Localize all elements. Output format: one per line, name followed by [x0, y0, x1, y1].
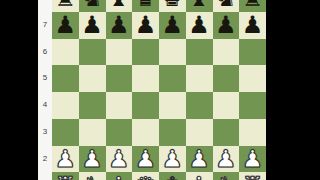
piece-white-pawn: ♟	[242, 147, 264, 171]
piece-white-pawn: ♟	[215, 147, 237, 171]
square-h1[interactable]: ♜	[239, 172, 266, 180]
square-f6[interactable]	[186, 39, 213, 66]
square-c3[interactable]	[106, 119, 133, 146]
chess-board: ♜♞♝♛♚♝♞♜♟♟♟♟♟♟♟♟♟♟♟♟♟♟♟♟♜♞♝♛♚♝♞♜	[52, 0, 266, 180]
piece-black-bishop: ♝	[188, 0, 210, 10]
square-d5[interactable]	[132, 65, 159, 92]
piece-white-knight: ♞	[81, 174, 103, 180]
square-g7[interactable]: ♟	[213, 12, 240, 39]
rank-label-5: 5	[38, 65, 52, 92]
square-f7[interactable]: ♟	[186, 12, 213, 39]
piece-black-bishop: ♝	[108, 0, 130, 10]
square-c4[interactable]	[106, 92, 133, 119]
piece-black-knight: ♞	[81, 0, 103, 10]
square-f2[interactable]: ♟	[186, 146, 213, 173]
square-e4[interactable]	[159, 92, 186, 119]
piece-black-rook: ♜	[55, 0, 77, 10]
square-h6[interactable]	[239, 39, 266, 66]
piece-white-pawn: ♟	[135, 147, 157, 171]
piece-black-pawn: ♟	[242, 13, 264, 37]
rank-label-3: 3	[38, 119, 52, 146]
piece-white-pawn: ♟	[81, 147, 103, 171]
rank-label-1: 1	[38, 172, 52, 180]
square-e8[interactable]: ♚	[159, 0, 186, 12]
square-c2[interactable]: ♟	[106, 146, 133, 173]
piece-white-queen: ♛	[135, 174, 157, 180]
square-h2[interactable]: ♟	[239, 146, 266, 173]
square-e3[interactable]	[159, 119, 186, 146]
square-e1[interactable]: ♚	[159, 172, 186, 180]
square-a5[interactable]	[52, 65, 79, 92]
square-g5[interactable]	[213, 65, 240, 92]
square-a1[interactable]: ♜	[52, 172, 79, 180]
square-g2[interactable]: ♟	[213, 146, 240, 173]
square-a2[interactable]: ♟	[52, 146, 79, 173]
square-b8[interactable]: ♞	[79, 0, 106, 12]
square-a4[interactable]	[52, 92, 79, 119]
square-f5[interactable]	[186, 65, 213, 92]
square-a3[interactable]	[52, 119, 79, 146]
square-g6[interactable]	[213, 39, 240, 66]
square-b2[interactable]: ♟	[79, 146, 106, 173]
piece-white-rook: ♜	[242, 174, 264, 180]
rank-label-6: 6	[38, 39, 52, 66]
square-e7[interactable]: ♟	[159, 12, 186, 39]
square-f1[interactable]: ♝	[186, 172, 213, 180]
square-b5[interactable]	[79, 65, 106, 92]
piece-white-king: ♚	[162, 174, 184, 180]
square-e2[interactable]: ♟	[159, 146, 186, 173]
piece-black-pawn: ♟	[162, 13, 184, 37]
square-c1[interactable]: ♝	[106, 172, 133, 180]
square-f8[interactable]: ♝	[186, 0, 213, 12]
piece-black-pawn: ♟	[81, 13, 103, 37]
square-d2[interactable]: ♟	[132, 146, 159, 173]
piece-white-knight: ♞	[215, 174, 237, 180]
rank-coordinates-strip: 87654321	[38, 0, 52, 180]
square-d1[interactable]: ♛	[132, 172, 159, 180]
square-c7[interactable]: ♟	[106, 12, 133, 39]
square-b6[interactable]	[79, 39, 106, 66]
piece-black-pawn: ♟	[108, 13, 130, 37]
square-d4[interactable]	[132, 92, 159, 119]
square-d7[interactable]: ♟	[132, 12, 159, 39]
square-h7[interactable]: ♟	[239, 12, 266, 39]
piece-black-pawn: ♟	[135, 13, 157, 37]
square-c8[interactable]: ♝	[106, 0, 133, 12]
square-g3[interactable]	[213, 119, 240, 146]
rank-label-2: 2	[38, 146, 52, 173]
square-b7[interactable]: ♟	[79, 12, 106, 39]
rank-label-8: 8	[38, 0, 52, 12]
chess-app-background: 87654321 ♜♞♝♛♚♝♞♜♟♟♟♟♟♟♟♟♟♟♟♟♟♟♟♟♜♞♝♛♚♝♞…	[0, 0, 320, 180]
piece-black-rook: ♜	[242, 0, 264, 10]
square-b3[interactable]	[79, 119, 106, 146]
square-e6[interactable]	[159, 39, 186, 66]
square-a6[interactable]	[52, 39, 79, 66]
piece-white-rook: ♜	[55, 174, 77, 180]
piece-white-pawn: ♟	[55, 147, 77, 171]
piece-black-knight: ♞	[215, 0, 237, 10]
square-b1[interactable]: ♞	[79, 172, 106, 180]
piece-black-king: ♚	[162, 0, 184, 10]
square-e5[interactable]	[159, 65, 186, 92]
square-f3[interactable]	[186, 119, 213, 146]
square-g4[interactable]	[213, 92, 240, 119]
square-c6[interactable]	[106, 39, 133, 66]
square-g1[interactable]: ♞	[213, 172, 240, 180]
rank-label-4: 4	[38, 92, 52, 119]
square-h3[interactable]	[239, 119, 266, 146]
rank-label-7: 7	[38, 12, 52, 39]
piece-white-bishop: ♝	[108, 174, 130, 180]
piece-black-pawn: ♟	[188, 13, 210, 37]
square-d3[interactable]	[132, 119, 159, 146]
square-h8[interactable]: ♜	[239, 0, 266, 12]
piece-white-pawn: ♟	[162, 147, 184, 171]
piece-black-pawn: ♟	[55, 13, 77, 37]
piece-white-bishop: ♝	[188, 174, 210, 180]
square-d6[interactable]	[132, 39, 159, 66]
square-h5[interactable]	[239, 65, 266, 92]
square-c5[interactable]	[106, 65, 133, 92]
piece-black-queen: ♛	[135, 0, 157, 10]
piece-black-pawn: ♟	[215, 13, 237, 37]
square-b4[interactable]	[79, 92, 106, 119]
square-f4[interactable]	[186, 92, 213, 119]
square-d8[interactable]: ♛	[132, 0, 159, 12]
square-a7[interactable]: ♟	[52, 12, 79, 39]
piece-white-pawn: ♟	[108, 147, 130, 171]
square-h4[interactable]	[239, 92, 266, 119]
square-g8[interactable]: ♞	[213, 0, 240, 12]
square-a8[interactable]: ♜	[52, 0, 79, 12]
piece-white-pawn: ♟	[188, 147, 210, 171]
